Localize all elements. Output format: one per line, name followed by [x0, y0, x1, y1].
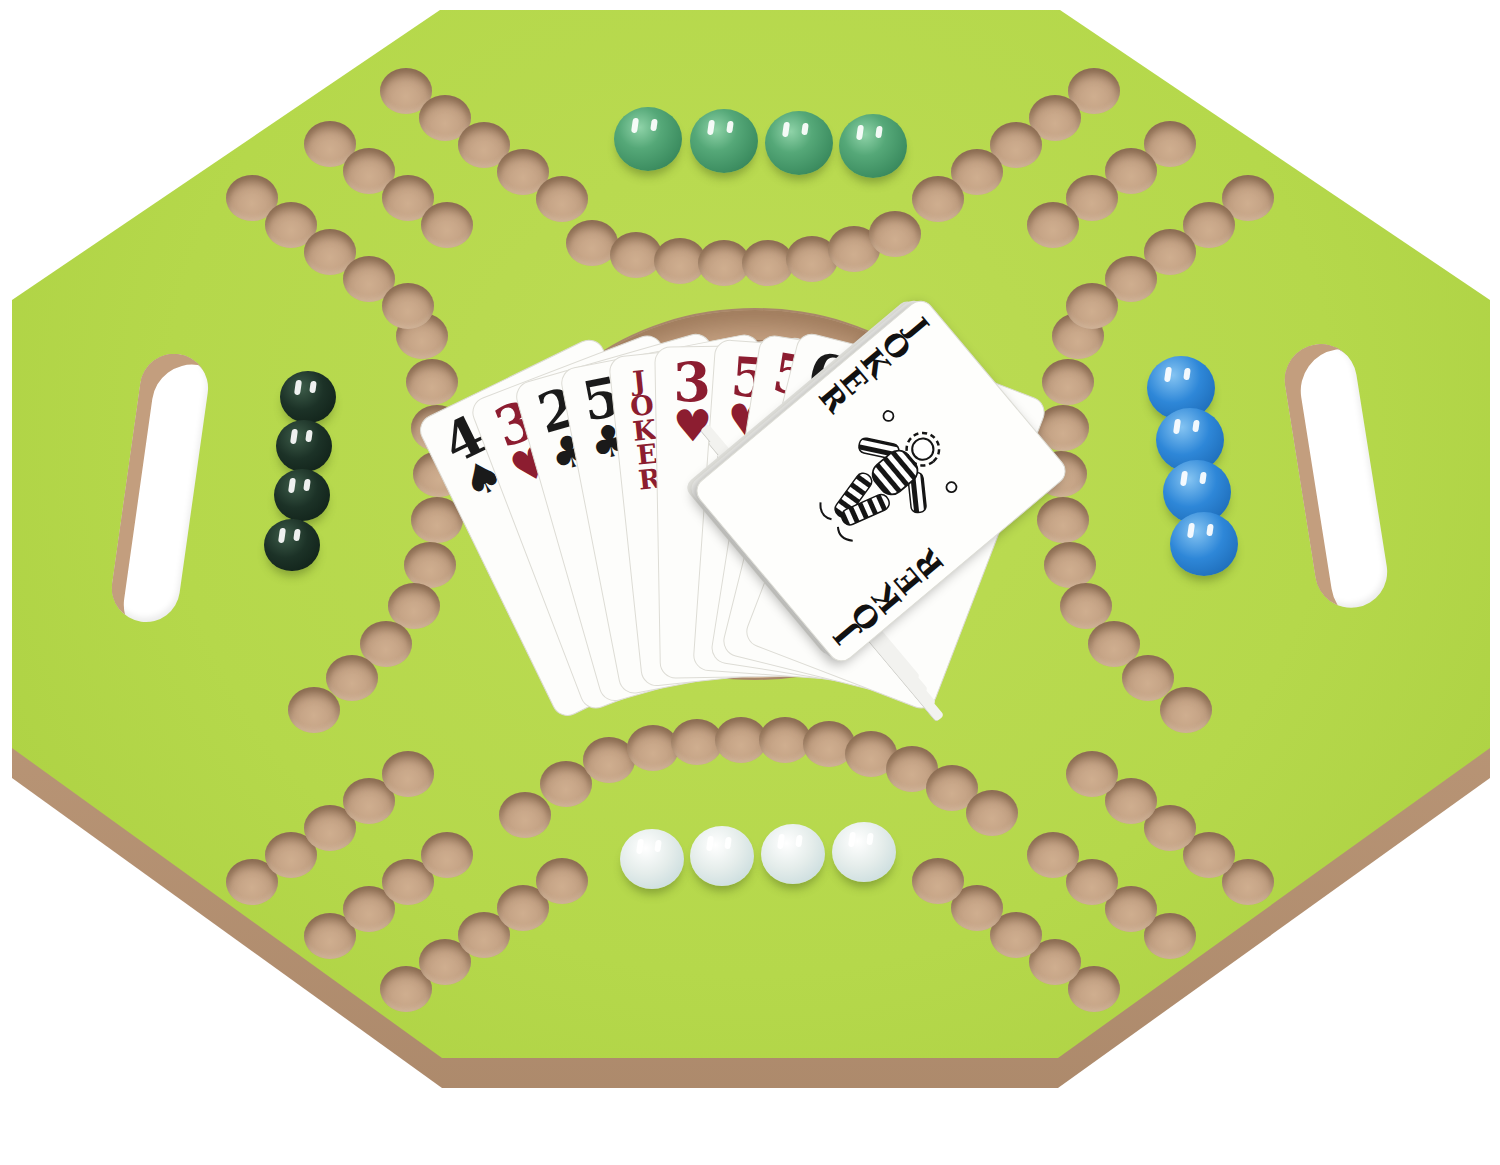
photo-stage: 4♠3♥2♣5♣JOKER3♥5♥5♦6♣2♥ JOKER JOKER — [0, 0, 1500, 1165]
track-hole[interactable] — [912, 858, 964, 904]
marble-green[interactable] — [839, 114, 907, 178]
track-hole[interactable] — [912, 176, 964, 222]
track-hole[interactable] — [536, 176, 588, 222]
track-hole[interactable] — [966, 790, 1018, 836]
marble-dark[interactable] — [274, 469, 330, 522]
marble-white[interactable] — [761, 824, 825, 884]
track-hole[interactable] — [1044, 542, 1096, 588]
track-hole[interactable] — [1027, 832, 1079, 878]
track-hole[interactable] — [404, 542, 456, 588]
track-hole[interactable] — [536, 858, 588, 904]
track-hole[interactable] — [499, 792, 551, 838]
marble-white[interactable] — [832, 822, 896, 882]
marble-white[interactable] — [620, 829, 684, 889]
marble-white[interactable] — [690, 826, 754, 886]
track-hole[interactable] — [382, 751, 434, 797]
marble-blue[interactable] — [1170, 512, 1238, 576]
track-hole[interactable] — [1066, 283, 1118, 329]
track-hole[interactable] — [1042, 359, 1094, 405]
track-hole[interactable] — [406, 359, 458, 405]
marble-green[interactable] — [690, 109, 758, 173]
track-hole[interactable] — [382, 283, 434, 329]
marble-green[interactable] — [614, 107, 682, 171]
track-hole[interactable] — [1027, 202, 1079, 248]
marble-dark[interactable] — [264, 519, 320, 572]
joker-jester-figure — [777, 384, 984, 586]
track-hole[interactable] — [288, 687, 340, 733]
marble-dark[interactable] — [280, 371, 336, 424]
marble-green[interactable] — [765, 111, 833, 175]
track-hole[interactable] — [1066, 751, 1118, 797]
track-hole[interactable] — [421, 832, 473, 878]
track-hole[interactable] — [421, 202, 473, 248]
track-hole[interactable] — [869, 211, 921, 257]
track-hole[interactable] — [1037, 497, 1089, 543]
track-hole[interactable] — [1160, 687, 1212, 733]
marble-dark[interactable] — [276, 420, 332, 473]
